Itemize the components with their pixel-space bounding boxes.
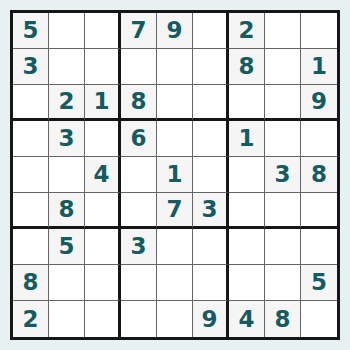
sudoku-cell-r9c1: 2	[13, 301, 49, 337]
sudoku-cell-r2c9: 1	[301, 49, 337, 85]
sudoku-cell-r8c5[interactable]	[157, 265, 193, 301]
sudoku-cell-r5c1[interactable]	[13, 157, 49, 193]
sudoku-cell-r4c9[interactable]	[301, 121, 337, 157]
sudoku-cell-r9c3[interactable]	[85, 301, 121, 337]
sudoku-cell-r8c6[interactable]	[193, 265, 229, 301]
sudoku-cell-r8c9: 5	[301, 265, 337, 301]
sudoku-cell-r1c9[interactable]	[301, 13, 337, 49]
sudoku-cell-r9c8: 8	[265, 301, 301, 337]
sudoku-cell-r1c4: 7	[121, 13, 157, 49]
sudoku-cell-r7c1[interactable]	[13, 229, 49, 265]
sudoku-cell-r7c4: 3	[121, 229, 157, 265]
sudoku-cell-r2c5[interactable]	[157, 49, 193, 85]
sudoku-cell-r4c8[interactable]	[265, 121, 301, 157]
sudoku-cell-r3c6[interactable]	[193, 85, 229, 121]
sudoku-cell-r5c8: 3	[265, 157, 301, 193]
sudoku-cell-r1c1: 5	[13, 13, 49, 49]
sudoku-cell-r3c3: 1	[85, 85, 121, 121]
sudoku-cell-r5c2[interactable]	[49, 157, 85, 193]
sudoku-cell-r6c3[interactable]	[85, 193, 121, 229]
sudoku-cell-r7c5[interactable]	[157, 229, 193, 265]
sudoku-cell-r1c3[interactable]	[85, 13, 121, 49]
sudoku-cell-r9c4[interactable]	[121, 301, 157, 337]
sudoku-cell-r3c2: 2	[49, 85, 85, 121]
sudoku-cell-r3c5[interactable]	[157, 85, 193, 121]
sudoku-cell-r4c5[interactable]	[157, 121, 193, 157]
sudoku-cell-r1c2[interactable]	[49, 13, 85, 49]
sudoku-cell-r7c9[interactable]	[301, 229, 337, 265]
sudoku-cell-r6c1[interactable]	[13, 193, 49, 229]
sudoku-cell-r4c4: 6	[121, 121, 157, 157]
sudoku-cell-r5c5: 1	[157, 157, 193, 193]
sudoku-cell-r6c8[interactable]	[265, 193, 301, 229]
sudoku-cell-r9c6: 9	[193, 301, 229, 337]
sudoku-cell-r3c9: 9	[301, 85, 337, 121]
sudoku-cell-r1c6[interactable]	[193, 13, 229, 49]
sudoku-cell-r7c8[interactable]	[265, 229, 301, 265]
sudoku-cell-r6c2: 8	[49, 193, 85, 229]
sudoku-cell-r2c8[interactable]	[265, 49, 301, 85]
sudoku-cell-r5c7[interactable]	[229, 157, 265, 193]
sudoku-cell-r2c2[interactable]	[49, 49, 85, 85]
sudoku-cell-r7c6[interactable]	[193, 229, 229, 265]
sudoku-cell-r2c4[interactable]	[121, 49, 157, 85]
sudoku-cell-r6c5: 7	[157, 193, 193, 229]
sudoku-cell-r5c3: 4	[85, 157, 121, 193]
sudoku-cell-r4c2: 3	[49, 121, 85, 157]
sudoku-cell-r2c1: 3	[13, 49, 49, 85]
sudoku-cell-r8c4[interactable]	[121, 265, 157, 301]
sudoku-cell-r7c7[interactable]	[229, 229, 265, 265]
sudoku-cell-r8c7[interactable]	[229, 265, 265, 301]
sudoku-cell-r5c4[interactable]	[121, 157, 157, 193]
sudoku-cell-r7c2: 5	[49, 229, 85, 265]
sudoku-cell-r2c6[interactable]	[193, 49, 229, 85]
sudoku-cell-r4c1[interactable]	[13, 121, 49, 157]
sudoku-cell-r2c7: 8	[229, 49, 265, 85]
sudoku-cell-r2c3[interactable]	[85, 49, 121, 85]
sudoku-cell-r9c7: 4	[229, 301, 265, 337]
sudoku-cell-r1c7: 2	[229, 13, 265, 49]
sudoku-board: 57923812189361413887353852948	[10, 10, 340, 340]
sudoku-cell-r1c5: 9	[157, 13, 193, 49]
sudoku-cell-r9c2[interactable]	[49, 301, 85, 337]
page: { "game": "sudoku", "position": "5007902…	[0, 0, 350, 350]
sudoku-cell-r1c8[interactable]	[265, 13, 301, 49]
sudoku-cell-r7c3[interactable]	[85, 229, 121, 265]
sudoku-cell-r4c6[interactable]	[193, 121, 229, 157]
sudoku-cell-r6c4[interactable]	[121, 193, 157, 229]
sudoku-cell-r9c9[interactable]	[301, 301, 337, 337]
sudoku-cell-r3c4: 8	[121, 85, 157, 121]
sudoku-cell-r8c2[interactable]	[49, 265, 85, 301]
sudoku-cell-r8c8[interactable]	[265, 265, 301, 301]
sudoku-cell-r8c1: 8	[13, 265, 49, 301]
sudoku-cell-r6c7[interactable]	[229, 193, 265, 229]
sudoku-cell-r3c7[interactable]	[229, 85, 265, 121]
sudoku-cell-r9c5[interactable]	[157, 301, 193, 337]
sudoku-cell-r4c3[interactable]	[85, 121, 121, 157]
sudoku-cell-r3c1[interactable]	[13, 85, 49, 121]
sudoku-cell-r8c3[interactable]	[85, 265, 121, 301]
sudoku-cell-r5c9: 8	[301, 157, 337, 193]
sudoku-cell-r6c9[interactable]	[301, 193, 337, 229]
sudoku-cell-r3c8[interactable]	[265, 85, 301, 121]
sudoku-cell-r5c6[interactable]	[193, 157, 229, 193]
sudoku-cell-r6c6: 3	[193, 193, 229, 229]
sudoku-cell-r4c7: 1	[229, 121, 265, 157]
